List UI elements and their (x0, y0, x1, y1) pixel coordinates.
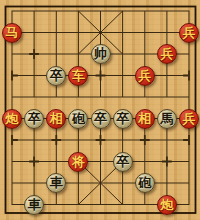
piece-red-elephant[interactable]: 相 (135, 109, 155, 129)
piece-black-cannon[interactable]: 砲 (135, 173, 155, 193)
piece-black-pawn[interactable]: 卒 (24, 109, 44, 129)
piece-red-elephant[interactable]: 相 (46, 109, 66, 129)
piece-red-chariot[interactable]: 车 (68, 66, 88, 86)
piece-red-general[interactable]: 将 (68, 152, 88, 172)
piece-red-pawn[interactable]: 兵 (157, 44, 177, 64)
piece-red-pawn[interactable]: 兵 (179, 109, 199, 129)
piece-red-cannon[interactable]: 炮 (157, 195, 177, 215)
piece-black-horse[interactable]: 馬 (157, 109, 177, 129)
piece-black-pawn[interactable]: 卒 (113, 152, 133, 172)
piece-red-cannon[interactable]: 炮 (2, 109, 22, 129)
piece-red-pawn[interactable]: 兵 (179, 23, 199, 43)
piece-black-pawn[interactable]: 卒 (113, 109, 133, 129)
xiangqi-board[interactable]: 马兵帅兵卒车兵炮卒相砲卒卒相馬兵将卒車砲車炮 (0, 0, 200, 220)
piece-black-pawn[interactable]: 卒 (46, 66, 66, 86)
piece-black-cannon[interactable]: 砲 (68, 109, 88, 129)
piece-black-chariot[interactable]: 車 (24, 195, 44, 215)
piece-red-horse[interactable]: 马 (2, 23, 22, 43)
piece-red-pawn[interactable]: 兵 (135, 66, 155, 86)
piece-black-pawn[interactable]: 卒 (91, 109, 111, 129)
piece-black-general[interactable]: 帅 (91, 44, 111, 64)
